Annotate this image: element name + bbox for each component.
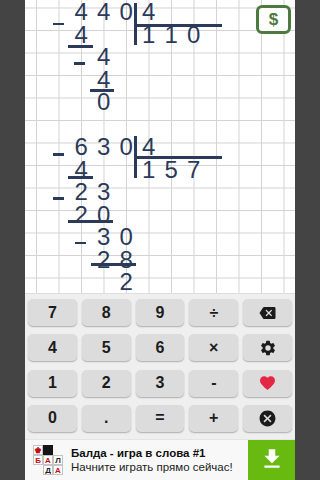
ad-icon-tile: ♚ [33,445,43,455]
subtraction-underline [68,45,93,48]
key-1[interactable]: 1 [28,370,77,397]
minus-sign [53,197,64,200]
math-digit: 2 [93,248,116,271]
ad-icon-tile [43,445,53,455]
subtraction-underline [68,220,113,223]
division-bracket-horizontal [134,24,222,27]
key-4[interactable]: 4 [28,334,77,361]
math-digit: 2 [70,180,93,203]
key-equals[interactable]: = [136,405,185,432]
ad-title: Балда - игра в слова #1 [71,447,248,459]
ad-icon-tile: Б [33,455,43,465]
math-digit: 8 [115,248,138,271]
key-plus[interactable]: + [189,405,238,432]
ad-banner[interactable]: ♚БАЛДА Балда - игра в слова #1 Начните и… [25,439,295,480]
key-6[interactable]: 6 [136,334,185,361]
math-digit: 7 [183,158,206,181]
math-digit: 3 [93,135,116,158]
download-icon [259,446,285,475]
key-dot[interactable]: . [82,405,131,432]
keypad: 789÷456×123-0.=+ [25,293,295,440]
math-grid: 4404411044063044157232030282 [25,0,295,293]
math-digit: 4 [138,135,161,158]
download-button[interactable] [248,440,295,480]
math-digit: 4 [70,0,93,23]
key-9[interactable]: 9 [136,299,185,326]
minus-sign [53,153,64,156]
key-2[interactable]: 2 [82,370,131,397]
math-digit: 4 [93,68,116,91]
ad-icon-tile [33,465,43,475]
key-divide[interactable]: ÷ [189,299,238,326]
ad-icon-tile: Л [53,455,63,465]
ad-app-icon: ♚БАЛДА [33,445,63,475]
math-digit: 4 [93,0,116,23]
ad-icon-tile [53,445,63,455]
math-digit: 4 [93,45,116,68]
settings-button[interactable] [243,334,292,361]
math-digit: 5 [160,158,183,181]
favorite-button[interactable] [243,370,292,397]
ad-icon-tile: Д [43,465,53,475]
ad-subtitle: Начните играть прямо сейчас! [71,461,248,473]
dollar-icon[interactable]: $ [256,5,291,34]
ad-icon-tile: А [43,455,53,465]
minus-sign [53,23,64,26]
minus-sign [75,242,86,245]
ad-text: Балда - игра в слова #1 Начните играть п… [71,447,248,473]
division-bracket-horizontal [134,156,222,159]
math-digit: 4 [138,0,161,23]
math-digit: 3 [93,225,116,248]
key-7[interactable]: 7 [28,299,77,326]
key-3[interactable]: 3 [136,370,185,397]
key-8[interactable]: 8 [82,299,131,326]
subtraction-underline [68,176,93,179]
math-digit: 0 [93,90,116,113]
ad-icon-tile: А [53,465,63,475]
math-digit: 1 [138,158,161,181]
backspace-button[interactable] [243,299,292,326]
subtraction-underline [90,89,114,92]
app-screen: 4404411044063044157232030282 $ 789÷456×1… [25,0,295,480]
math-digit: 0 [115,225,138,248]
math-digit: 6 [70,135,93,158]
math-digit: 2 [115,270,138,293]
key-5[interactable]: 5 [82,334,131,361]
subtraction-underline [91,263,136,266]
math-digit: 3 [93,180,116,203]
math-digit: 4 [70,23,93,46]
close-button[interactable] [243,405,292,432]
key-0[interactable]: 0 [28,405,77,432]
key-minus[interactable]: - [189,370,238,397]
minus-sign [74,62,85,65]
key-multiply[interactable]: × [189,334,238,361]
